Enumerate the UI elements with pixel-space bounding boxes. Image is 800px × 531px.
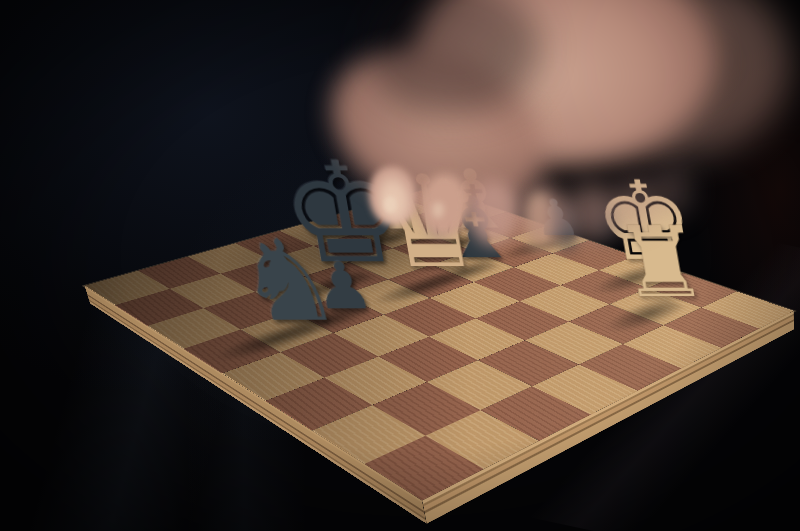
vignette (0, 0, 800, 531)
photo-scene: ♞♚♝♞♟♛♝♟♚♜ (0, 0, 800, 531)
